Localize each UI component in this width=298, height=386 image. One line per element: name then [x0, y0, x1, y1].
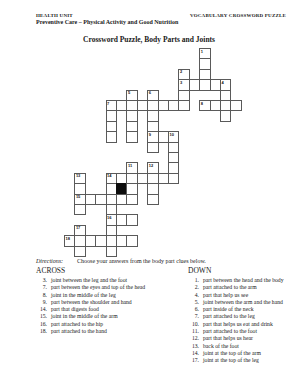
clue-number: 7. [188, 313, 199, 320]
down-clue: 2.part attached to the arm [188, 284, 298, 291]
unit-subtitle: Preventive Care – Physical Activity and … [36, 19, 178, 25]
across-clue: 16.part attached to the hip [36, 321, 186, 328]
cell-number: 4 [222, 81, 224, 85]
clue-text: part attached to the foot [203, 328, 257, 335]
clue-text: part attached to the leg [203, 313, 255, 320]
clue-text: joint between the arm and the hand [203, 299, 283, 306]
vocabulary-crossword-label: VOCABULARY CROSSWORD PUZZLE [190, 13, 286, 18]
grid-cell[interactable] [168, 173, 179, 184]
clue-text: part attached to the hip [51, 321, 103, 328]
down-header: DOWN [188, 266, 298, 275]
cell-number: 15 [76, 195, 80, 199]
page-title: Crossword Puzzle, Body Parts and Joints [0, 35, 298, 44]
clue-text: part that helps us eat and drink [203, 321, 273, 328]
cell-number: 8 [201, 102, 203, 106]
clue-text: part that help us see [203, 292, 248, 299]
down-clue: 1.part between the head and the body [188, 277, 298, 284]
grid-cell[interactable] [126, 214, 137, 225]
grid-cell[interactable] [74, 246, 85, 257]
down-clues: DOWN 1.part between the head and the bod… [188, 266, 298, 365]
clue-number: 18. [36, 328, 47, 335]
clue-text: part that helps us hear [203, 335, 253, 342]
clue-number: 2. [188, 284, 199, 291]
down-clue: 17.joint at the top of the leg [188, 357, 298, 364]
clue-text: back of the foot [203, 343, 239, 350]
clue-number: 14. [188, 350, 199, 357]
clue-text: joint between the leg and the foot [51, 277, 127, 284]
cell-number: 9 [149, 133, 151, 137]
clue-text: joint in the middle of the arm [51, 313, 118, 320]
clue-text: joint in the middle of the leg [51, 292, 116, 299]
across-clue-items: 3.joint between the leg and the foot7.pa… [36, 277, 186, 335]
grid-cell[interactable] [106, 131, 117, 142]
grid-cell[interactable] [178, 100, 189, 111]
clue-number: 9. [36, 299, 47, 306]
down-clue: 11.part attached to the foot [188, 328, 298, 335]
cell-number: 12 [149, 164, 153, 168]
clue-number: 3. [36, 277, 47, 284]
clue-number: 4. [188, 292, 199, 299]
down-clue: 10.part that helps us eat and drink [188, 321, 298, 328]
across-clue: 8.joint in the middle of the leg [36, 292, 186, 299]
cell-number: 13 [76, 174, 80, 178]
grid-cell[interactable] [74, 204, 85, 215]
cell-number: 3 [180, 81, 182, 85]
down-clue: 12.part that helps us hear [188, 335, 298, 342]
clue-text: part between the shoulder and hand [51, 299, 132, 306]
clue-number: 8. [36, 292, 47, 299]
grid-cell[interactable] [147, 142, 158, 153]
cell-number: 11 [128, 164, 132, 168]
health-unit-label: HEALTH UNIT [36, 13, 73, 18]
clue-text: part attached to the arm [203, 284, 257, 291]
directions-label: Directions: [36, 258, 63, 264]
directions-text: Choose your answers from the body part c… [77, 258, 206, 264]
across-header: ACROSS [36, 266, 186, 275]
across-clue: 18.part attached to the hand [36, 328, 186, 335]
cell-number: 10 [170, 133, 174, 137]
down-clue: 13.back of the foot [188, 343, 298, 350]
clue-text: part between the eyes and top of the hea… [51, 284, 145, 291]
across-clue: 3.joint between the leg and the foot [36, 277, 186, 284]
clue-number: 10. [188, 321, 199, 328]
crossword-grid: 123456789101112131415161718 [64, 48, 243, 258]
clue-text: part that digests food [51, 306, 99, 313]
grid-cell[interactable] [106, 246, 117, 257]
clue-number: 14. [36, 306, 47, 313]
grid-cell[interactable] [147, 194, 158, 205]
clue-number: 1. [188, 277, 199, 284]
clue-text: part attached to the hand [51, 328, 107, 335]
down-clue-items: 1.part between the head and the body2.pa… [188, 277, 298, 365]
clue-text: part inside of the neck [203, 306, 254, 313]
grid-cell[interactable] [230, 100, 241, 111]
grid-cell[interactable] [220, 110, 231, 121]
cell-number: 5 [128, 91, 130, 95]
clue-text: part between the head and the body [203, 277, 284, 284]
grid-cell[interactable] [126, 131, 137, 142]
directions-line: Directions:Choose your answers from the … [36, 258, 276, 264]
across-clue: 14.part that digests food [36, 306, 186, 313]
clue-number: 5. [188, 299, 199, 306]
grid-cell[interactable] [126, 194, 137, 205]
down-clue: 14.joint at the top of the arm [188, 350, 298, 357]
cell-number: 2 [180, 70, 182, 74]
grid-cell[interactable] [126, 235, 137, 246]
clue-number: 15. [36, 313, 47, 320]
down-clue: 6.part inside of the neck [188, 306, 298, 313]
worksheet-page: { "header": { "unit": "HEALTH UNIT", "su… [0, 0, 298, 386]
clue-number: 6. [188, 306, 199, 313]
clue-number: 13. [188, 343, 199, 350]
down-clue: 4.part that help us see [188, 292, 298, 299]
cell-number: 7 [107, 102, 109, 106]
cell-number: 14 [107, 174, 111, 178]
cell-number: 6 [149, 91, 151, 95]
clue-number: 11. [188, 328, 199, 335]
across-clues: ACROSS 3.joint between the leg and the f… [36, 266, 186, 335]
cell-number: 17 [76, 226, 80, 230]
clue-number: 12. [188, 335, 199, 342]
cell-number: 1 [201, 50, 203, 54]
across-clue: 15.joint in the middle of the arm [36, 313, 186, 320]
clue-number: 16. [36, 321, 47, 328]
down-clue: 5.joint between the arm and the hand [188, 299, 298, 306]
cell-number: 16 [107, 216, 111, 220]
clue-number: 7. [36, 284, 47, 291]
across-clue: 7.part between the eyes and top of the h… [36, 284, 186, 291]
down-clue: 7.part attached to the leg [188, 313, 298, 320]
across-clue: 9.part between the shoulder and hand [36, 299, 186, 306]
clue-text: joint at the top of the leg [203, 357, 259, 364]
cell-number: 18 [66, 237, 70, 241]
clue-number: 17. [188, 357, 199, 364]
clue-text: joint at the top of the arm [203, 350, 261, 357]
